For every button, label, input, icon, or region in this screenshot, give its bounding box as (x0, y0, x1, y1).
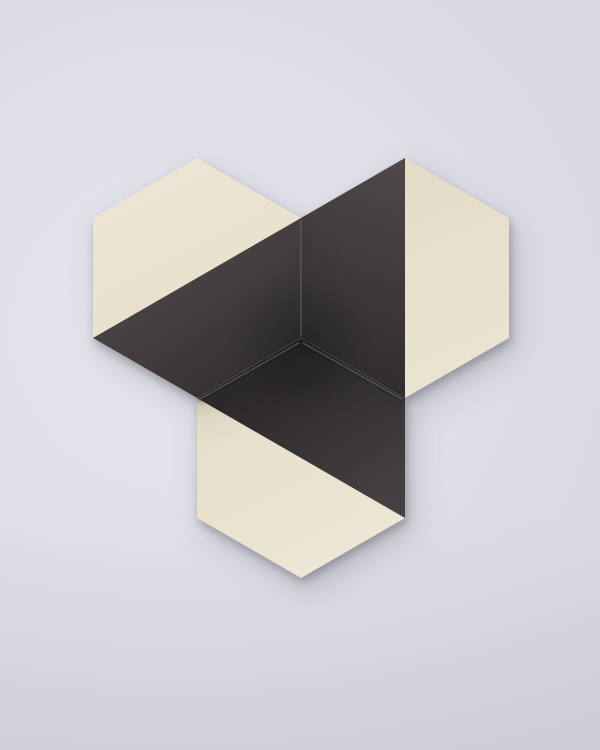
tile-arrangement-svg (0, 0, 600, 750)
photo-canvas (0, 0, 600, 750)
